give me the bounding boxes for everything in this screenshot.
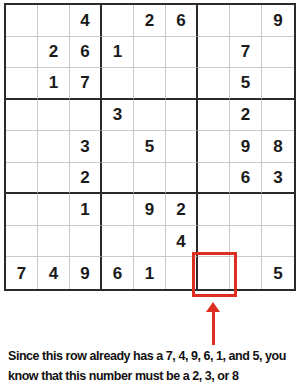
cell-r7c5[interactable]: 9 bbox=[134, 194, 166, 226]
highlight-box bbox=[192, 252, 237, 297]
cell-r2c7[interactable] bbox=[198, 37, 230, 69]
cell-r4c5[interactable] bbox=[134, 100, 166, 132]
cell-r4c6[interactable] bbox=[166, 100, 198, 132]
cell-r1c3[interactable]: 4 bbox=[70, 5, 102, 37]
cell-r5c8[interactable]: 9 bbox=[230, 131, 262, 163]
cell-r1c6[interactable]: 6 bbox=[166, 5, 198, 37]
cell-r2c4[interactable]: 1 bbox=[102, 37, 134, 69]
cell-r6c8[interactable]: 6 bbox=[230, 163, 262, 195]
cell-r8c3[interactable] bbox=[70, 226, 102, 258]
cell-r1c9[interactable]: 9 bbox=[262, 5, 294, 37]
cell-r2c3[interactable]: 6 bbox=[70, 37, 102, 69]
cell-r6c7[interactable] bbox=[198, 163, 230, 195]
cell-r1c5[interactable]: 2 bbox=[134, 5, 166, 37]
cell-r7c1[interactable] bbox=[6, 194, 38, 226]
cell-r5c2[interactable] bbox=[38, 131, 70, 163]
cell-r9c1[interactable]: 7 bbox=[6, 257, 38, 289]
cell-r4c4[interactable]: 3 bbox=[102, 100, 134, 132]
cell-r1c4[interactable] bbox=[102, 5, 134, 37]
cell-r6c3[interactable]: 2 bbox=[70, 163, 102, 195]
cell-r1c8[interactable] bbox=[230, 5, 262, 37]
arrow-line bbox=[212, 310, 215, 345]
cell-r3c5[interactable] bbox=[134, 68, 166, 100]
cell-r3c4[interactable] bbox=[102, 68, 134, 100]
cell-r3c9[interactable] bbox=[262, 68, 294, 100]
sudoku-board: 426926171753235982631924749615 bbox=[4, 3, 296, 291]
cell-r6c6[interactable] bbox=[166, 163, 198, 195]
cell-r7c6[interactable]: 2 bbox=[166, 194, 198, 226]
cell-r7c2[interactable] bbox=[38, 194, 70, 226]
cell-r6c4[interactable] bbox=[102, 163, 134, 195]
cell-r6c5[interactable] bbox=[134, 163, 166, 195]
cell-r7c4[interactable] bbox=[102, 194, 134, 226]
cell-r1c1[interactable] bbox=[6, 5, 38, 37]
cell-r2c8[interactable]: 7 bbox=[230, 37, 262, 69]
cell-r2c1[interactable] bbox=[6, 37, 38, 69]
explanation-line-1: Since this row already has a 7, 4, 9, 6,… bbox=[8, 346, 298, 366]
cell-r6c9[interactable]: 3 bbox=[262, 163, 294, 195]
cell-r7c7[interactable] bbox=[198, 194, 230, 226]
explanation-line-2: know that this number must be a 2, 3, or… bbox=[8, 366, 298, 386]
cell-r5c1[interactable] bbox=[6, 131, 38, 163]
cell-r3c2[interactable]: 1 bbox=[38, 68, 70, 100]
cell-r6c1[interactable] bbox=[6, 163, 38, 195]
cell-r5c5[interactable]: 5 bbox=[134, 131, 166, 163]
cell-r8c9[interactable] bbox=[262, 226, 294, 258]
cell-r4c7[interactable] bbox=[198, 100, 230, 132]
cell-r4c9[interactable] bbox=[262, 100, 294, 132]
cell-r4c1[interactable] bbox=[6, 100, 38, 132]
cell-r3c1[interactable] bbox=[6, 68, 38, 100]
cell-r2c6[interactable] bbox=[166, 37, 198, 69]
cell-r9c9[interactable]: 5 bbox=[262, 257, 294, 289]
cell-r5c9[interactable]: 8 bbox=[262, 131, 294, 163]
cell-r2c5[interactable] bbox=[134, 37, 166, 69]
cell-r6c2[interactable] bbox=[38, 163, 70, 195]
cell-r1c2[interactable] bbox=[38, 5, 70, 37]
cell-r3c7[interactable] bbox=[198, 68, 230, 100]
cell-r8c4[interactable] bbox=[102, 226, 134, 258]
cell-r7c8[interactable] bbox=[230, 194, 262, 226]
cell-r3c3[interactable]: 7 bbox=[70, 68, 102, 100]
cell-r9c3[interactable]: 9 bbox=[70, 257, 102, 289]
cell-r3c8[interactable]: 5 bbox=[230, 68, 262, 100]
cell-r4c8[interactable]: 2 bbox=[230, 100, 262, 132]
cell-r2c9[interactable] bbox=[262, 37, 294, 69]
cell-r4c3[interactable] bbox=[70, 100, 102, 132]
cell-r3c6[interactable] bbox=[166, 68, 198, 100]
cell-r4c2[interactable] bbox=[38, 100, 70, 132]
sudoku-tutorial-diagram: 426926171753235982631924749615 Since thi… bbox=[0, 0, 300, 392]
cell-r7c3[interactable]: 1 bbox=[70, 194, 102, 226]
cell-r5c7[interactable] bbox=[198, 131, 230, 163]
cell-r7c9[interactable] bbox=[262, 194, 294, 226]
explanation-text: Since this row already has a 7, 4, 9, 6,… bbox=[8, 346, 298, 386]
cell-r8c1[interactable] bbox=[6, 226, 38, 258]
cell-r9c5[interactable]: 1 bbox=[134, 257, 166, 289]
cell-r5c4[interactable] bbox=[102, 131, 134, 163]
cell-r8c5[interactable] bbox=[134, 226, 166, 258]
cell-r5c3[interactable]: 3 bbox=[70, 131, 102, 163]
cell-r5c6[interactable] bbox=[166, 131, 198, 163]
cell-r1c7[interactable] bbox=[198, 5, 230, 37]
cell-r9c4[interactable]: 6 bbox=[102, 257, 134, 289]
cell-r2c2[interactable]: 2 bbox=[38, 37, 70, 69]
cell-r9c2[interactable]: 4 bbox=[38, 257, 70, 289]
cell-r8c2[interactable] bbox=[38, 226, 70, 258]
